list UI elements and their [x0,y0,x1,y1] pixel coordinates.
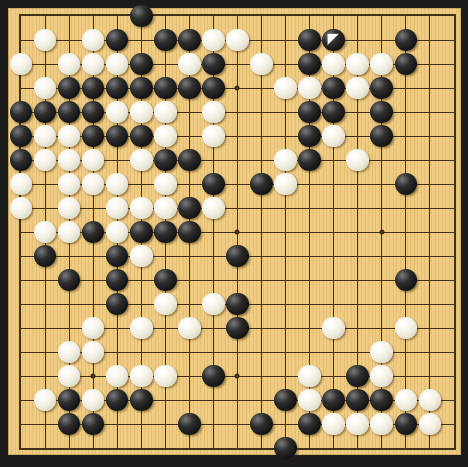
intersection[interactable] [370,292,394,316]
intersection[interactable] [105,196,129,220]
intersection[interactable] [298,76,322,100]
intersection[interactable] [370,4,394,28]
intersection[interactable] [225,124,249,148]
intersection[interactable] [33,340,57,364]
intersection[interactable] [370,364,394,388]
intersection[interactable] [249,364,273,388]
intersection[interactable] [418,4,442,28]
intersection[interactable] [177,412,201,436]
intersection[interactable] [33,388,57,412]
intersection[interactable] [298,124,322,148]
intersection[interactable] [442,412,466,436]
intersection[interactable] [394,244,418,268]
intersection[interactable] [346,52,370,76]
intersection[interactable] [346,340,370,364]
intersection[interactable] [177,28,201,52]
intersection[interactable] [249,268,273,292]
intersection[interactable] [9,388,33,412]
intersection[interactable] [394,292,418,316]
intersection[interactable] [249,100,273,124]
intersection[interactable] [394,436,418,460]
intersection[interactable] [225,316,249,340]
intersection[interactable] [153,316,177,340]
intersection[interactable] [442,292,466,316]
intersection[interactable] [81,268,105,292]
intersection[interactable] [274,172,298,196]
intersection[interactable] [418,76,442,100]
intersection[interactable] [153,4,177,28]
intersection[interactable] [81,340,105,364]
intersection[interactable] [249,4,273,28]
intersection[interactable] [322,292,346,316]
intersection[interactable] [442,124,466,148]
intersection[interactable] [322,124,346,148]
intersection[interactable] [346,244,370,268]
intersection[interactable] [442,364,466,388]
intersection[interactable] [322,244,346,268]
intersection[interactable] [225,364,249,388]
intersection[interactable] [57,316,81,340]
intersection[interactable] [33,196,57,220]
intersection[interactable] [225,100,249,124]
intersection[interactable] [322,172,346,196]
intersection[interactable] [249,196,273,220]
intersection[interactable] [9,340,33,364]
intersection[interactable] [298,388,322,412]
intersection[interactable] [201,124,225,148]
intersection[interactable] [249,220,273,244]
intersection[interactable] [298,412,322,436]
intersection[interactable] [81,100,105,124]
intersection[interactable] [129,28,153,52]
intersection[interactable] [370,316,394,340]
intersection[interactable] [33,28,57,52]
intersection[interactable] [129,244,153,268]
intersection[interactable] [274,340,298,364]
intersection[interactable] [9,220,33,244]
intersection[interactable] [129,100,153,124]
intersection[interactable] [298,316,322,340]
intersection[interactable] [322,364,346,388]
intersection[interactable] [322,268,346,292]
intersection[interactable] [298,52,322,76]
intersection[interactable] [225,196,249,220]
intersection[interactable] [394,196,418,220]
intersection[interactable] [322,220,346,244]
intersection[interactable] [442,268,466,292]
intersection[interactable] [418,412,442,436]
intersection[interactable] [9,412,33,436]
intersection[interactable] [298,364,322,388]
intersection[interactable] [346,316,370,340]
intersection[interactable] [9,100,33,124]
intersection[interactable] [201,412,225,436]
intersection[interactable] [129,412,153,436]
intersection[interactable] [9,148,33,172]
intersection[interactable] [201,76,225,100]
intersection[interactable] [346,220,370,244]
intersection[interactable] [153,268,177,292]
intersection[interactable] [249,172,273,196]
intersection[interactable] [105,172,129,196]
intersection[interactable] [177,4,201,28]
intersection[interactable] [129,52,153,76]
intersection[interactable] [153,388,177,412]
intersection[interactable] [370,340,394,364]
intersection[interactable] [81,364,105,388]
intersection[interactable] [105,388,129,412]
intersection[interactable] [249,148,273,172]
intersection[interactable] [346,412,370,436]
intersection[interactable] [394,76,418,100]
intersection[interactable] [225,52,249,76]
intersection[interactable] [418,148,442,172]
intersection[interactable] [57,340,81,364]
intersection[interactable] [33,148,57,172]
intersection[interactable] [153,412,177,436]
intersection[interactable] [81,148,105,172]
intersection[interactable] [33,412,57,436]
intersection[interactable] [129,124,153,148]
intersection[interactable] [442,220,466,244]
intersection[interactable] [177,268,201,292]
intersection[interactable] [81,172,105,196]
intersection[interactable] [418,436,442,460]
intersection[interactable] [153,76,177,100]
intersection[interactable] [298,292,322,316]
intersection[interactable] [129,292,153,316]
intersection[interactable] [394,148,418,172]
intersection[interactable] [225,4,249,28]
intersection[interactable] [346,124,370,148]
intersection[interactable] [442,148,466,172]
intersection[interactable] [201,100,225,124]
intersection[interactable] [177,220,201,244]
intersection[interactable] [57,52,81,76]
intersection[interactable] [81,316,105,340]
intersection[interactable] [346,172,370,196]
intersection[interactable] [442,172,466,196]
intersection[interactable] [201,220,225,244]
intersection[interactable] [322,100,346,124]
intersection[interactable] [9,268,33,292]
intersection[interactable] [346,364,370,388]
intersection[interactable] [322,196,346,220]
intersection[interactable] [129,220,153,244]
intersection[interactable] [153,124,177,148]
intersection[interactable] [298,172,322,196]
intersection[interactable] [81,124,105,148]
intersection[interactable] [57,100,81,124]
intersection[interactable] [105,124,129,148]
intersection[interactable] [274,124,298,148]
intersection[interactable] [81,196,105,220]
intersection[interactable] [298,340,322,364]
intersection[interactable] [201,436,225,460]
intersection[interactable] [201,340,225,364]
intersection[interactable] [57,124,81,148]
intersection[interactable] [249,412,273,436]
intersection[interactable] [394,172,418,196]
intersection[interactable] [105,100,129,124]
intersection[interactable] [81,412,105,436]
intersection[interactable] [274,244,298,268]
intersection[interactable] [346,28,370,52]
intersection[interactable] [442,388,466,412]
intersection[interactable] [322,340,346,364]
intersection[interactable] [322,412,346,436]
intersection[interactable] [370,220,394,244]
intersection[interactable] [274,28,298,52]
intersection[interactable] [225,340,249,364]
intersection[interactable] [33,100,57,124]
intersection[interactable] [177,52,201,76]
intersection[interactable] [225,412,249,436]
intersection[interactable] [370,172,394,196]
intersection[interactable] [153,244,177,268]
intersection[interactable] [177,436,201,460]
intersection[interactable] [418,340,442,364]
intersection[interactable] [370,76,394,100]
intersection[interactable] [33,292,57,316]
intersection[interactable] [9,52,33,76]
intersection[interactable] [394,268,418,292]
intersection[interactable] [298,148,322,172]
intersection[interactable] [298,196,322,220]
intersection[interactable] [249,388,273,412]
intersection[interactable] [9,4,33,28]
intersection[interactable] [418,124,442,148]
intersection[interactable] [81,436,105,460]
intersection[interactable] [442,196,466,220]
intersection[interactable] [418,28,442,52]
intersection[interactable] [249,76,273,100]
intersection[interactable] [442,244,466,268]
intersection[interactable] [442,100,466,124]
intersection[interactable] [394,388,418,412]
intersection[interactable] [57,412,81,436]
intersection[interactable] [394,52,418,76]
intersection[interactable] [9,244,33,268]
intersection[interactable] [442,316,466,340]
intersection[interactable] [322,52,346,76]
intersection[interactable] [57,244,81,268]
intersection[interactable] [249,52,273,76]
intersection[interactable] [129,388,153,412]
intersection[interactable] [201,52,225,76]
intersection[interactable] [81,220,105,244]
intersection[interactable] [57,4,81,28]
intersection[interactable] [274,364,298,388]
intersection[interactable] [322,436,346,460]
intersection[interactable] [370,148,394,172]
intersection[interactable] [9,76,33,100]
intersection[interactable] [225,436,249,460]
intersection[interactable] [370,100,394,124]
intersection[interactable] [418,316,442,340]
intersection[interactable] [298,436,322,460]
intersection[interactable] [33,4,57,28]
intersection[interactable] [57,388,81,412]
intersection[interactable] [33,316,57,340]
intersection[interactable] [81,244,105,268]
intersection[interactable] [81,28,105,52]
intersection[interactable] [9,28,33,52]
intersection[interactable] [153,148,177,172]
intersection[interactable] [394,220,418,244]
intersection[interactable] [394,100,418,124]
intersection[interactable] [201,196,225,220]
intersection[interactable] [201,28,225,52]
intersection[interactable] [33,244,57,268]
intersection[interactable] [274,4,298,28]
intersection[interactable] [274,412,298,436]
intersection[interactable] [274,196,298,220]
intersection[interactable] [394,4,418,28]
intersection[interactable] [225,28,249,52]
intersection[interactable] [225,388,249,412]
intersection[interactable] [225,220,249,244]
intersection[interactable] [394,316,418,340]
intersection[interactable] [57,76,81,100]
intersection[interactable] [249,316,273,340]
intersection[interactable] [57,364,81,388]
intersection[interactable] [57,148,81,172]
intersection[interactable] [129,4,153,28]
intersection[interactable] [81,76,105,100]
intersection[interactable] [9,196,33,220]
intersection[interactable] [394,340,418,364]
intersection[interactable] [153,340,177,364]
intersection[interactable] [81,4,105,28]
intersection[interactable] [57,28,81,52]
intersection[interactable] [370,28,394,52]
intersection[interactable] [418,292,442,316]
intersection[interactable] [33,124,57,148]
intersection[interactable] [177,292,201,316]
intersection[interactable] [33,172,57,196]
intersection[interactable] [81,292,105,316]
intersection[interactable] [346,196,370,220]
intersection[interactable] [225,244,249,268]
intersection[interactable] [201,4,225,28]
intersection[interactable] [129,172,153,196]
intersection[interactable] [105,340,129,364]
intersection[interactable] [274,76,298,100]
intersection[interactable] [57,436,81,460]
intersection[interactable] [274,292,298,316]
intersection[interactable] [153,436,177,460]
intersection[interactable] [274,268,298,292]
intersection[interactable] [153,364,177,388]
intersection[interactable] [105,4,129,28]
intersection[interactable] [394,28,418,52]
intersection[interactable] [9,172,33,196]
intersection[interactable] [201,244,225,268]
intersection[interactable] [33,220,57,244]
intersection[interactable] [33,52,57,76]
intersection[interactable] [177,364,201,388]
intersection[interactable] [418,100,442,124]
intersection[interactable] [33,364,57,388]
intersection[interactable] [249,292,273,316]
intersection[interactable] [370,244,394,268]
intersection[interactable] [105,76,129,100]
intersection[interactable] [57,220,81,244]
intersection[interactable] [418,196,442,220]
intersection[interactable] [153,292,177,316]
intersection[interactable] [322,148,346,172]
intersection[interactable] [442,4,466,28]
intersection[interactable] [177,244,201,268]
intersection[interactable] [201,388,225,412]
intersection[interactable] [418,388,442,412]
intersection[interactable] [105,244,129,268]
intersection[interactable] [57,268,81,292]
intersection[interactable] [249,124,273,148]
intersection[interactable] [418,220,442,244]
intersection[interactable] [346,148,370,172]
intersection[interactable] [418,172,442,196]
intersection[interactable] [177,316,201,340]
intersection[interactable] [346,388,370,412]
intersection[interactable] [177,100,201,124]
intersection[interactable] [105,436,129,460]
intersection[interactable] [129,316,153,340]
intersection[interactable] [394,124,418,148]
intersection[interactable] [370,268,394,292]
intersection[interactable] [177,124,201,148]
intersection[interactable] [201,292,225,316]
intersection[interactable] [33,76,57,100]
intersection[interactable] [105,28,129,52]
intersection[interactable] [370,52,394,76]
intersection[interactable] [153,28,177,52]
intersection[interactable] [129,196,153,220]
intersection[interactable] [394,364,418,388]
intersection[interactable] [249,436,273,460]
intersection[interactable] [346,76,370,100]
intersection[interactable] [346,4,370,28]
intersection[interactable] [298,100,322,124]
intersection[interactable] [370,388,394,412]
intersection[interactable] [274,220,298,244]
intersection[interactable] [129,340,153,364]
intersection[interactable] [274,148,298,172]
intersection[interactable] [442,76,466,100]
intersection[interactable] [105,220,129,244]
intersection[interactable] [274,316,298,340]
intersection[interactable] [9,364,33,388]
intersection[interactable] [370,436,394,460]
intersection[interactable] [249,244,273,268]
intersection[interactable] [153,52,177,76]
intersection[interactable] [298,28,322,52]
intersection[interactable] [274,436,298,460]
intersection[interactable] [249,340,273,364]
intersection[interactable] [129,148,153,172]
intersection[interactable] [442,340,466,364]
intersection[interactable] [370,412,394,436]
intersection[interactable] [177,196,201,220]
intersection[interactable] [225,76,249,100]
intersection[interactable] [201,172,225,196]
intersection[interactable] [225,268,249,292]
intersection[interactable] [153,100,177,124]
intersection[interactable] [346,268,370,292]
intersection[interactable] [105,148,129,172]
intersection[interactable] [129,268,153,292]
